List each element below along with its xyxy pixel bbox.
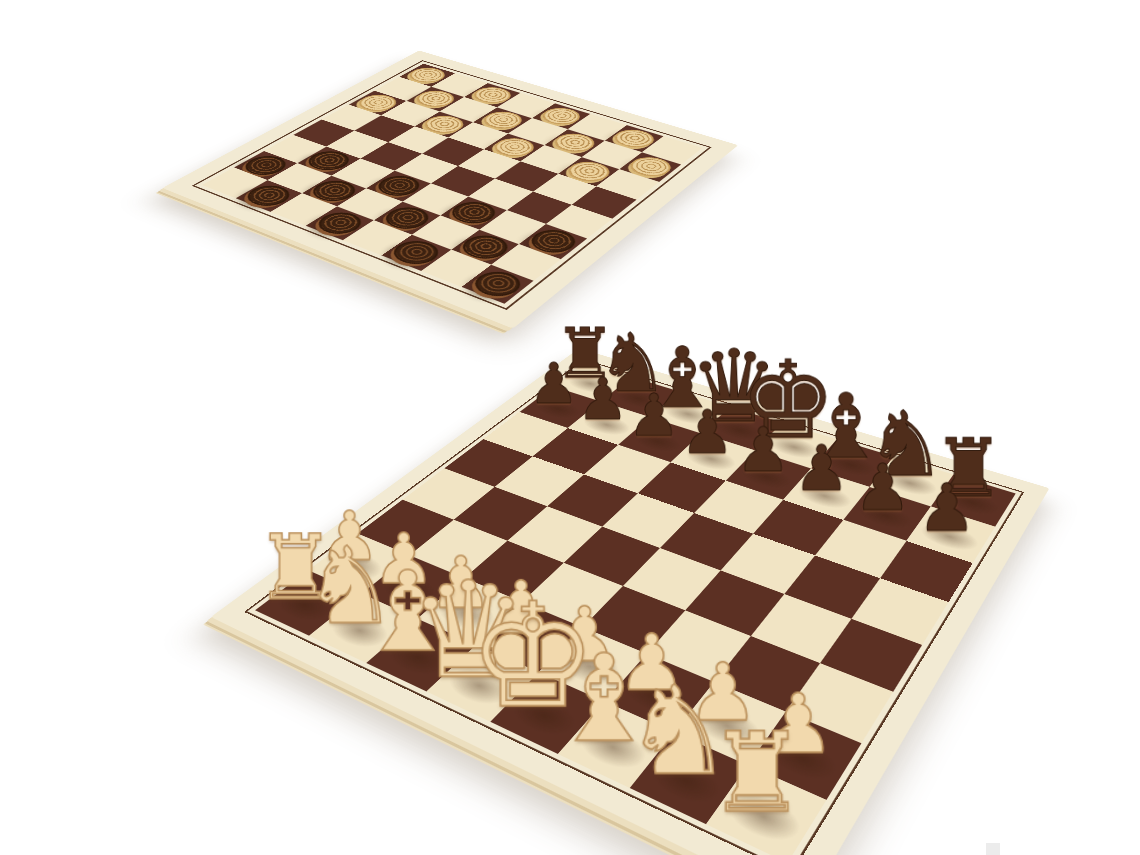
checkers-square-e2[interactable] [374,202,441,235]
chess-playfield: ♜♞♝♛♚♝♞♜♟♟♟♟♟♟♟♟♟♟♟♟♟♟♟♟♜♞♝♛♚♝♞♜ [255,363,1016,855]
light-checker[interactable] [624,154,678,180]
dark-checker[interactable] [301,148,356,174]
chess-square-d5[interactable] [602,493,694,548]
product-photo-stage: ♜♞♝♛♚♝♞♜♟♟♟♟♟♟♟♟♟♟♟♟♟♟♟♟♜♞♝♛♚♝♞♜ [0,0,1140,855]
black-pawn[interactable]: ♟ [872,476,1021,542]
white-rook[interactable]: ♜ [658,717,855,827]
checkers-board [162,50,738,328]
checkers-board-surface [162,50,738,328]
chess-square-h7[interactable]: ♟ [907,506,996,563]
chess-board: ♜♞♝♛♚♝♞♜♟♟♟♟♟♟♟♟♟♟♟♟♟♟♟♟♜♞♝♛♚♝♞♜ [211,348,1050,855]
checkers-playfield [202,64,702,304]
watermark-artifact [986,843,1000,855]
checkers-square-b3[interactable] [297,146,360,175]
chess-board-surface: ♜♞♝♛♚♝♞♜♟♟♟♟♟♟♟♟♟♟♟♟♟♟♟♟♜♞♝♛♚♝♞♜ [211,348,1050,855]
chess-square-h6[interactable] [880,541,973,602]
chess-square-h1[interactable]: ♜ [706,765,826,855]
